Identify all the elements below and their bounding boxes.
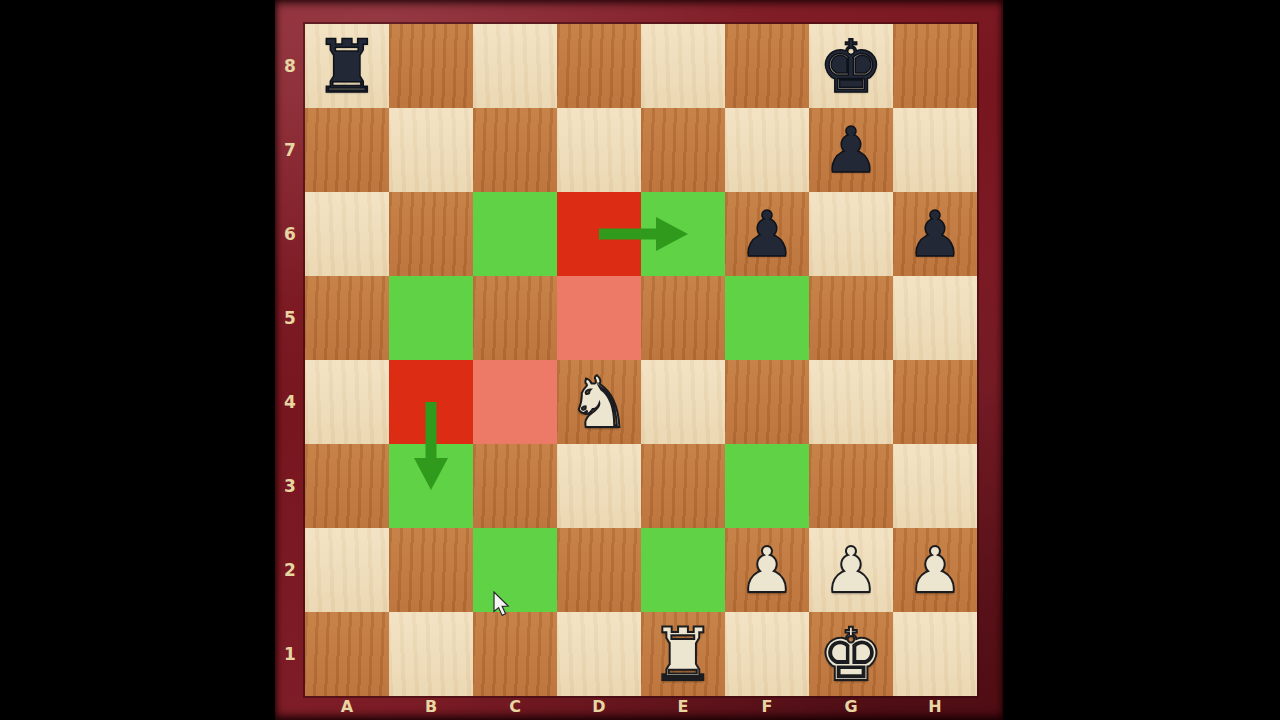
square-a2[interactable] — [305, 528, 389, 612]
rank-label-4: 4 — [277, 360, 303, 444]
square-h1[interactable] — [893, 612, 977, 696]
square-e5[interactable] — [641, 276, 725, 360]
video-stage: ♜♚♟♟♟♞♟♟♟♜♚ 87654321ABCDEFGH — [0, 0, 1280, 720]
square-h4[interactable] — [893, 360, 977, 444]
black-pawn-g7[interactable]: ♟ — [809, 108, 893, 192]
square-a3[interactable] — [305, 444, 389, 528]
square-h2[interactable]: ♟ — [893, 528, 977, 612]
file-label-a: A — [305, 696, 389, 720]
board-frame: ♜♚♟♟♟♞♟♟♟♜♚ 87654321ABCDEFGH — [275, 0, 1003, 720]
square-e8[interactable] — [641, 24, 725, 108]
square-e1[interactable]: ♜ — [641, 612, 725, 696]
file-label-c: C — [473, 696, 557, 720]
square-d7[interactable] — [557, 108, 641, 192]
square-f3[interactable] — [725, 444, 809, 528]
square-c5[interactable] — [473, 276, 557, 360]
square-g5[interactable] — [809, 276, 893, 360]
square-f1[interactable] — [725, 612, 809, 696]
square-f8[interactable] — [725, 24, 809, 108]
square-d2[interactable] — [557, 528, 641, 612]
square-e6[interactable] — [641, 192, 725, 276]
square-e3[interactable] — [641, 444, 725, 528]
rank-label-2: 2 — [277, 528, 303, 612]
square-c6[interactable] — [473, 192, 557, 276]
square-a6[interactable] — [305, 192, 389, 276]
rank-label-1: 1 — [277, 612, 303, 696]
white-pawn-f2[interactable]: ♟ — [725, 528, 809, 612]
white-rook-e1[interactable]: ♜ — [641, 612, 725, 696]
square-b5[interactable] — [389, 276, 473, 360]
rank-label-6: 6 — [277, 192, 303, 276]
square-e2[interactable] — [641, 528, 725, 612]
square-f2[interactable]: ♟ — [725, 528, 809, 612]
white-king-g1[interactable]: ♚ — [809, 612, 893, 696]
black-pawn-f6[interactable]: ♟ — [725, 192, 809, 276]
square-g4[interactable] — [809, 360, 893, 444]
square-d5[interactable] — [557, 276, 641, 360]
square-a8[interactable]: ♜ — [305, 24, 389, 108]
square-d4[interactable]: ♞ — [557, 360, 641, 444]
file-label-d: D — [557, 696, 641, 720]
square-d1[interactable] — [557, 612, 641, 696]
square-f5[interactable] — [725, 276, 809, 360]
file-label-h: H — [893, 696, 977, 720]
rank-label-7: 7 — [277, 108, 303, 192]
square-c2[interactable] — [473, 528, 557, 612]
square-g6[interactable] — [809, 192, 893, 276]
square-h5[interactable] — [893, 276, 977, 360]
white-pawn-h2[interactable]: ♟ — [893, 528, 977, 612]
white-pawn-g2[interactable]: ♟ — [809, 528, 893, 612]
square-a4[interactable] — [305, 360, 389, 444]
square-b2[interactable] — [389, 528, 473, 612]
square-g8[interactable]: ♚ — [809, 24, 893, 108]
square-c8[interactable] — [473, 24, 557, 108]
square-b1[interactable] — [389, 612, 473, 696]
square-g7[interactable]: ♟ — [809, 108, 893, 192]
square-b4[interactable] — [389, 360, 473, 444]
square-g3[interactable] — [809, 444, 893, 528]
square-c4[interactable] — [473, 360, 557, 444]
square-e7[interactable] — [641, 108, 725, 192]
square-d8[interactable] — [557, 24, 641, 108]
rank-label-5: 5 — [277, 276, 303, 360]
square-b6[interactable] — [389, 192, 473, 276]
file-label-g: G — [809, 696, 893, 720]
square-d3[interactable] — [557, 444, 641, 528]
square-b3[interactable] — [389, 444, 473, 528]
square-b8[interactable] — [389, 24, 473, 108]
white-knight-d4[interactable]: ♞ — [557, 360, 641, 444]
square-f4[interactable] — [725, 360, 809, 444]
square-g2[interactable]: ♟ — [809, 528, 893, 612]
black-rook-a8[interactable]: ♜ — [305, 24, 389, 108]
square-a5[interactable] — [305, 276, 389, 360]
rank-label-8: 8 — [277, 24, 303, 108]
square-a1[interactable] — [305, 612, 389, 696]
square-b7[interactable] — [389, 108, 473, 192]
square-e4[interactable] — [641, 360, 725, 444]
square-f7[interactable] — [725, 108, 809, 192]
square-h7[interactable] — [893, 108, 977, 192]
square-g1[interactable]: ♚ — [809, 612, 893, 696]
file-label-f: F — [725, 696, 809, 720]
square-a7[interactable] — [305, 108, 389, 192]
square-d6[interactable] — [557, 192, 641, 276]
square-c1[interactable] — [473, 612, 557, 696]
square-h3[interactable] — [893, 444, 977, 528]
file-label-e: E — [641, 696, 725, 720]
black-pawn-h6[interactable]: ♟ — [893, 192, 977, 276]
black-king-g8[interactable]: ♚ — [809, 24, 893, 108]
square-c3[interactable] — [473, 444, 557, 528]
square-h8[interactable] — [893, 24, 977, 108]
file-label-b: B — [389, 696, 473, 720]
chess-board: ♜♚♟♟♟♞♟♟♟♜♚ — [305, 24, 977, 696]
square-c7[interactable] — [473, 108, 557, 192]
square-f6[interactable]: ♟ — [725, 192, 809, 276]
square-h6[interactable]: ♟ — [893, 192, 977, 276]
rank-label-3: 3 — [277, 444, 303, 528]
